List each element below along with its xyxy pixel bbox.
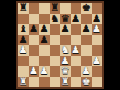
square-d4[interactable] <box>50 45 61 56</box>
square-e3[interactable]: ♟ <box>60 56 71 67</box>
square-a4[interactable]: ♟ <box>18 45 29 56</box>
chess-board-frame: ♜♜♚♞♛♟♟♝♟♟♟♟♟♟♟♟♞♟♟♟♟♟♛♟♜♜♚ <box>16 1 104 89</box>
square-b8[interactable] <box>29 3 40 14</box>
square-e4[interactable]: ♞ <box>60 45 71 56</box>
white-knight-e4[interactable]: ♞ <box>61 45 70 56</box>
square-h7[interactable]: ♟ <box>92 14 103 25</box>
square-d6[interactable] <box>50 24 61 35</box>
square-g1[interactable]: ♚ <box>81 77 92 88</box>
square-e1[interactable]: ♜ <box>60 77 71 88</box>
black-pawn-b6[interactable]: ♟ <box>29 24 38 35</box>
square-b5[interactable] <box>29 35 40 46</box>
white-pawn-h3[interactable]: ♟ <box>92 56 101 67</box>
square-h8[interactable] <box>92 3 103 14</box>
square-h4[interactable] <box>92 45 103 56</box>
square-f7[interactable]: ♟ <box>71 14 82 25</box>
square-d2[interactable] <box>50 66 61 77</box>
square-a1[interactable]: ♜ <box>18 77 29 88</box>
square-b2[interactable]: ♟ <box>29 66 40 77</box>
black-knight-d7[interactable]: ♞ <box>50 14 59 25</box>
black-queen-e7[interactable]: ♛ <box>61 14 70 25</box>
black-bishop-a6[interactable]: ♝ <box>19 24 28 35</box>
square-a8[interactable]: ♜ <box>18 3 29 14</box>
square-g2[interactable]: ♟ <box>81 66 92 77</box>
white-pawn-c2[interactable]: ♟ <box>40 66 49 77</box>
square-c3[interactable] <box>39 56 50 67</box>
black-king-g8[interactable]: ♚ <box>82 3 91 14</box>
white-king-g1[interactable]: ♚ <box>82 77 91 88</box>
square-e8[interactable] <box>60 3 71 14</box>
black-pawn-f7[interactable]: ♟ <box>71 14 80 25</box>
square-e5[interactable] <box>60 35 71 46</box>
square-d3[interactable] <box>50 56 61 67</box>
black-pawn-c5[interactable]: ♟ <box>40 35 49 46</box>
white-pawn-a4[interactable]: ♟ <box>19 45 28 56</box>
white-rook-a1[interactable]: ♜ <box>19 77 28 88</box>
square-g7[interactable] <box>81 14 92 25</box>
square-a3[interactable] <box>18 56 29 67</box>
square-h1[interactable] <box>92 77 103 88</box>
square-a2[interactable] <box>18 66 29 77</box>
white-pawn-h6[interactable]: ♟ <box>92 24 101 35</box>
square-e2[interactable]: ♛ <box>60 66 71 77</box>
white-pawn-b2[interactable]: ♟ <box>29 66 38 77</box>
square-f4[interactable]: ♟ <box>71 45 82 56</box>
square-h2[interactable] <box>92 66 103 77</box>
black-rook-d8[interactable]: ♜ <box>50 3 59 14</box>
square-d5[interactable] <box>50 35 61 46</box>
square-c4[interactable] <box>39 45 50 56</box>
square-b4[interactable] <box>29 45 40 56</box>
black-pawn-h7[interactable]: ♟ <box>92 14 101 25</box>
square-c8[interactable] <box>39 3 50 14</box>
black-rook-a8[interactable]: ♜ <box>19 3 28 14</box>
square-c6[interactable]: ♟ <box>39 24 50 35</box>
screenshot-canvas: ♜♜♚♞♛♟♟♝♟♟♟♟♟♟♟♟♞♟♟♟♟♟♛♟♜♜♚ <box>0 0 120 90</box>
square-a6[interactable]: ♝ <box>18 24 29 35</box>
white-rook-e1[interactable]: ♜ <box>61 77 70 88</box>
chess-board[interactable]: ♜♜♚♞♛♟♟♝♟♟♟♟♟♟♟♟♞♟♟♟♟♟♛♟♜♜♚ <box>18 3 102 87</box>
square-a5[interactable]: ♟ <box>18 35 29 46</box>
square-d1[interactable] <box>50 77 61 88</box>
square-g6[interactable]: ♟ <box>81 24 92 35</box>
square-f3[interactable] <box>71 56 82 67</box>
square-f2[interactable] <box>71 66 82 77</box>
white-queen-e2[interactable]: ♛ <box>61 66 70 77</box>
square-c2[interactable]: ♟ <box>39 66 50 77</box>
square-d8[interactable]: ♜ <box>50 3 61 14</box>
square-e7[interactable]: ♛ <box>60 14 71 25</box>
black-pawn-c6[interactable]: ♟ <box>40 24 49 35</box>
square-h5[interactable] <box>92 35 103 46</box>
square-d7[interactable]: ♞ <box>50 14 61 25</box>
square-b1[interactable] <box>29 77 40 88</box>
square-c7[interactable] <box>39 14 50 25</box>
square-b3[interactable] <box>29 56 40 67</box>
square-b6[interactable]: ♟ <box>29 24 40 35</box>
square-g5[interactable] <box>81 35 92 46</box>
square-h3[interactable]: ♟ <box>92 56 103 67</box>
black-pawn-a5[interactable]: ♟ <box>19 35 28 46</box>
black-pawn-g6[interactable]: ♟ <box>82 24 91 35</box>
square-c1[interactable] <box>39 77 50 88</box>
square-g8[interactable]: ♚ <box>81 3 92 14</box>
white-pawn-f4[interactable]: ♟ <box>71 45 80 56</box>
square-c5[interactable]: ♟ <box>39 35 50 46</box>
square-a7[interactable] <box>18 14 29 25</box>
square-h6[interactable]: ♟ <box>92 24 103 35</box>
square-g3[interactable] <box>81 56 92 67</box>
square-f1[interactable] <box>71 77 82 88</box>
square-g4[interactable] <box>81 45 92 56</box>
square-f8[interactable] <box>71 3 82 14</box>
black-pawn-e6[interactable]: ♟ <box>61 24 70 35</box>
square-e6[interactable]: ♟ <box>60 24 71 35</box>
white-pawn-g2[interactable]: ♟ <box>82 66 91 77</box>
square-f6[interactable] <box>71 24 82 35</box>
square-b7[interactable] <box>29 14 40 25</box>
white-pawn-e3[interactable]: ♟ <box>61 56 70 67</box>
square-f5[interactable] <box>71 35 82 46</box>
